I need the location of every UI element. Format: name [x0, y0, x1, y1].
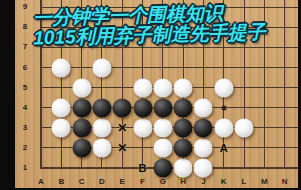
stone-black-C4 — [72, 98, 91, 117]
stone-black-E4 — [113, 98, 132, 117]
row-label-2: 2 — [18, 143, 32, 153]
stone-black-F4 — [133, 98, 152, 117]
stone-black-G4 — [153, 98, 172, 117]
stone-white-D6 — [92, 58, 111, 77]
col-label-J: J — [196, 177, 210, 187]
stone-black-D4 — [92, 98, 111, 117]
stone-black-H2 — [174, 138, 193, 157]
video-frame: 123456789ABCDEFGHJKLMN ✕✕AB 一分钟学一个围棋知识 1… — [0, 0, 301, 190]
col-label-F: F — [136, 177, 150, 187]
stone-white-D2 — [92, 138, 111, 157]
col-label-A: A — [34, 177, 48, 187]
marker-x-E2: ✕ — [117, 142, 127, 154]
go-board[interactable]: 123456789ABCDEFGHJKLMN ✕✕AB — [15, 0, 298, 188]
stone-white-J2 — [194, 138, 213, 157]
col-label-E: E — [115, 177, 129, 187]
stone-white-B4 — [52, 98, 71, 117]
letterbox-left — [0, 0, 15, 190]
grid-row-8 — [40, 27, 298, 28]
row-label-4: 4 — [18, 103, 32, 113]
marker-x-E3: ✕ — [117, 122, 127, 134]
stone-black-J3 — [194, 118, 213, 137]
grid-row-6 — [40, 67, 298, 68]
row-label-6: 6 — [18, 63, 32, 73]
grid-row-9 — [40, 7, 298, 8]
stone-white-H5 — [174, 78, 193, 97]
col-label-G: G — [156, 177, 170, 187]
grid-col-M — [264, 0, 265, 169]
col-label-D: D — [95, 177, 109, 187]
col-label-B: B — [54, 177, 68, 187]
row-label-3: 3 — [18, 123, 32, 133]
col-label-H: H — [176, 177, 190, 187]
stone-white-L3 — [235, 118, 254, 137]
stone-white-H1 — [174, 159, 193, 178]
stone-white-K3 — [214, 118, 233, 137]
grid-row-7 — [40, 47, 298, 48]
stone-white-B3 — [52, 118, 71, 137]
row-label-1: 1 — [18, 163, 32, 173]
stone-white-J1 — [194, 159, 213, 178]
row-label-5: 5 — [18, 83, 32, 93]
marker-letter-K2: A — [220, 142, 228, 153]
col-label-M: M — [257, 177, 271, 187]
row-label-8: 8 — [18, 22, 32, 32]
stone-white-F3 — [133, 118, 152, 137]
stone-white-B6 — [52, 58, 71, 77]
stone-black-C2 — [72, 138, 91, 157]
stone-white-G3 — [153, 118, 172, 137]
grid-col-A — [40, 0, 42, 169]
stone-white-D3 — [92, 118, 111, 137]
stone-black-H3 — [174, 118, 193, 137]
letterbox-right — [298, 0, 301, 190]
letterbox-bottom — [0, 188, 301, 190]
stone-black-G1 — [153, 159, 172, 178]
stone-white-G2 — [153, 138, 172, 157]
stone-black-H4 — [174, 98, 193, 117]
stone-white-F5 — [133, 78, 152, 97]
stone-black-C3 — [72, 118, 91, 137]
stone-white-K5 — [214, 78, 233, 97]
col-label-C: C — [75, 177, 89, 187]
col-label-K: K — [217, 177, 231, 187]
row-label-7: 7 — [18, 42, 32, 52]
stone-white-G5 — [153, 78, 172, 97]
stone-white-J4 — [194, 98, 213, 117]
marker-letter-F1: B — [139, 163, 147, 174]
grid-col-B — [61, 0, 62, 169]
grid-col-N — [284, 0, 285, 169]
col-label-L: L — [237, 177, 251, 187]
row-label-9: 9 — [18, 2, 32, 12]
col-label-N: N — [278, 177, 292, 187]
star-point-K4 — [221, 105, 226, 110]
stone-white-C5 — [72, 78, 91, 97]
grid-col-L — [244, 0, 245, 169]
